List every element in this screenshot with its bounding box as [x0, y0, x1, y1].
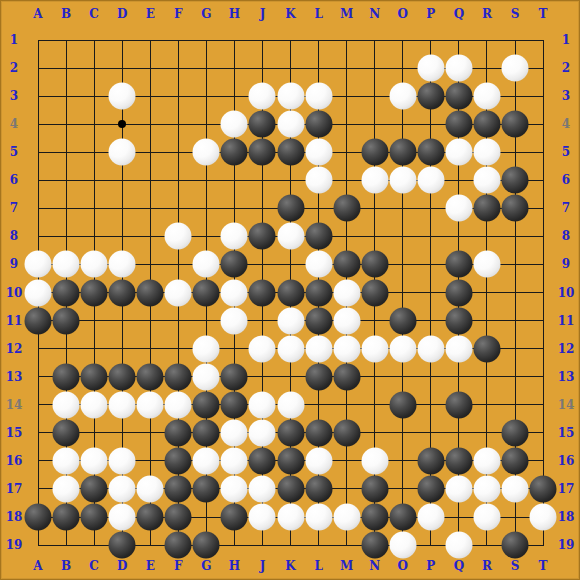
column-label-bottom-t: T: [539, 559, 548, 573]
stone-white-f10: [165, 279, 192, 306]
row-label-left-1: 1: [10, 33, 18, 47]
stone-black-g10: [193, 279, 220, 306]
stone-black-s6: [502, 167, 529, 194]
stone-black-j10: [249, 279, 276, 306]
stone-black-j16: [249, 447, 276, 474]
column-label-top-d: D: [117, 7, 127, 21]
row-label-right-3: 3: [562, 89, 570, 103]
stone-white-g16: [193, 447, 220, 474]
row-label-right-4: 4: [562, 117, 570, 131]
go-game-screen: AABBCCDDEEFFGGHHJJKKLLMMNNOOPPQQRRSSTT11…: [0, 0, 580, 580]
stone-black-l11: [305, 307, 332, 334]
stone-white-r3: [473, 83, 500, 110]
column-label-top-t: T: [539, 7, 548, 21]
stone-white-n6: [361, 167, 388, 194]
stone-black-f17: [165, 475, 192, 502]
row-label-left-12: 12: [6, 342, 23, 356]
stone-white-f14: [165, 391, 192, 418]
stone-black-q16: [445, 447, 472, 474]
stone-white-j14: [249, 391, 276, 418]
stone-white-d3: [109, 83, 136, 110]
stone-white-q5: [445, 139, 472, 166]
row-label-left-5: 5: [10, 145, 18, 159]
stone-black-g19: [193, 532, 220, 559]
stone-black-d19: [109, 532, 136, 559]
stone-white-j12: [249, 335, 276, 362]
row-label-left-13: 13: [6, 370, 23, 384]
row-label-right-1: 1: [562, 33, 570, 47]
stone-black-p5: [417, 139, 444, 166]
row-label-right-12: 12: [558, 342, 575, 356]
stone-black-b11: [53, 307, 80, 334]
stone-black-l13: [305, 363, 332, 390]
stone-white-n16: [361, 447, 388, 474]
stone-black-e10: [137, 279, 164, 306]
row-label-left-16: 16: [6, 454, 23, 468]
stone-black-k5: [277, 139, 304, 166]
stone-black-l8: [305, 223, 332, 250]
stone-white-g12: [193, 335, 220, 362]
stone-white-g5: [193, 139, 220, 166]
column-label-bottom-m: M: [340, 559, 353, 573]
stone-black-b18: [53, 504, 80, 531]
stone-black-r7: [473, 195, 500, 222]
column-label-top-q: Q: [454, 7, 464, 21]
stone-black-b13: [53, 363, 80, 390]
stone-black-p17: [417, 475, 444, 502]
row-label-left-7: 7: [10, 201, 18, 215]
row-label-right-19: 19: [558, 538, 575, 552]
stone-white-a9: [25, 251, 52, 278]
star-point-d4: [118, 120, 126, 128]
stone-black-m15: [333, 419, 360, 446]
row-label-left-15: 15: [6, 426, 23, 440]
stone-black-j8: [249, 223, 276, 250]
stone-white-e14: [137, 391, 164, 418]
column-label-top-s: S: [511, 7, 520, 21]
stone-white-r16: [473, 447, 500, 474]
stone-black-s7: [502, 195, 529, 222]
stone-white-g9: [193, 251, 220, 278]
stone-white-f8: [165, 223, 192, 250]
stone-white-p2: [417, 55, 444, 82]
stone-black-f13: [165, 363, 192, 390]
stone-white-k4: [277, 111, 304, 138]
stone-white-h16: [221, 447, 248, 474]
row-label-right-6: 6: [562, 173, 570, 187]
stone-white-h15: [221, 419, 248, 446]
stone-black-n19: [361, 532, 388, 559]
stone-black-c17: [81, 475, 108, 502]
stone-black-o18: [389, 504, 416, 531]
stone-black-h5: [221, 139, 248, 166]
stone-white-h10: [221, 279, 248, 306]
stone-black-c13: [81, 363, 108, 390]
stone-white-k18: [277, 504, 304, 531]
stone-black-o14: [389, 391, 416, 418]
column-label-bottom-f: F: [174, 559, 183, 573]
stone-black-f19: [165, 532, 192, 559]
stone-black-b10: [53, 279, 80, 306]
row-label-left-18: 18: [6, 510, 23, 524]
stone-white-h11: [221, 307, 248, 334]
stone-white-j18: [249, 504, 276, 531]
column-label-top-r: R: [482, 7, 492, 21]
stone-white-o3: [389, 83, 416, 110]
stone-black-h13: [221, 363, 248, 390]
column-label-bottom-b: B: [61, 559, 71, 573]
stone-white-l12: [305, 335, 332, 362]
stone-white-r18: [473, 504, 500, 531]
stone-white-p18: [417, 504, 444, 531]
stone-black-e13: [137, 363, 164, 390]
column-label-bottom-j: J: [260, 559, 266, 573]
stone-white-a10: [25, 279, 52, 306]
stone-black-n9: [361, 251, 388, 278]
stone-white-l6: [305, 167, 332, 194]
stone-white-c14: [81, 391, 108, 418]
stone-black-d10: [109, 279, 136, 306]
column-label-bottom-e: E: [146, 559, 155, 573]
stone-black-c10: [81, 279, 108, 306]
row-label-right-18: 18: [558, 510, 575, 524]
stone-white-t18: [530, 504, 557, 531]
stone-white-j3: [249, 83, 276, 110]
column-label-top-e: E: [146, 7, 155, 21]
stone-white-q19: [445, 532, 472, 559]
stone-black-c18: [81, 504, 108, 531]
stone-black-q3: [445, 83, 472, 110]
stone-white-j15: [249, 419, 276, 446]
row-label-right-16: 16: [558, 454, 575, 468]
column-label-top-n: N: [369, 7, 380, 21]
stone-white-l9: [305, 251, 332, 278]
stone-white-q17: [445, 475, 472, 502]
row-label-right-8: 8: [562, 229, 570, 243]
column-label-top-k: K: [285, 7, 295, 21]
row-label-right-13: 13: [558, 370, 575, 384]
stone-white-k8: [277, 223, 304, 250]
column-label-top-f: F: [174, 7, 183, 21]
stone-white-q7: [445, 195, 472, 222]
grid-line-vertical: [543, 40, 544, 546]
stone-black-g14: [193, 391, 220, 418]
stone-white-r17: [473, 475, 500, 502]
row-label-left-8: 8: [10, 229, 18, 243]
stone-white-d16: [109, 447, 136, 474]
stone-white-l16: [305, 447, 332, 474]
stone-white-k14: [277, 391, 304, 418]
column-label-top-o: O: [398, 7, 408, 21]
stone-black-m9: [333, 251, 360, 278]
stone-black-q10: [445, 279, 472, 306]
row-label-left-11: 11: [6, 314, 23, 328]
row-label-right-7: 7: [562, 201, 570, 215]
stone-white-k11: [277, 307, 304, 334]
stone-black-j4: [249, 111, 276, 138]
stone-white-p6: [417, 167, 444, 194]
stone-black-k17: [277, 475, 304, 502]
stone-black-l4: [305, 111, 332, 138]
stone-black-p16: [417, 447, 444, 474]
column-label-top-m: M: [340, 7, 353, 21]
column-label-bottom-c: C: [89, 559, 99, 573]
stone-black-s19: [502, 532, 529, 559]
column-label-bottom-s: S: [511, 559, 520, 573]
stone-white-m10: [333, 279, 360, 306]
stone-white-b17: [53, 475, 80, 502]
stone-white-o19: [389, 532, 416, 559]
stone-black-a11: [25, 307, 52, 334]
column-label-top-a: A: [33, 7, 42, 21]
stone-white-b14: [53, 391, 80, 418]
stone-black-s4: [502, 111, 529, 138]
stone-white-d14: [109, 391, 136, 418]
stone-black-l15: [305, 419, 332, 446]
stone-white-m18: [333, 504, 360, 531]
stone-white-r5: [473, 139, 500, 166]
stone-white-o6: [389, 167, 416, 194]
stone-black-h9: [221, 251, 248, 278]
stone-black-t17: [530, 475, 557, 502]
stone-black-g15: [193, 419, 220, 446]
stone-black-l17: [305, 475, 332, 502]
stone-black-b15: [53, 419, 80, 446]
column-label-bottom-d: D: [117, 559, 127, 573]
row-label-left-14: 14: [6, 398, 23, 412]
stone-white-d18: [109, 504, 136, 531]
stone-black-s16: [502, 447, 529, 474]
column-label-bottom-r: R: [482, 559, 492, 573]
row-label-left-6: 6: [10, 173, 18, 187]
go-board[interactable]: AABBCCDDEEFFGGHHJJKKLLMMNNOOPPQQRRSSTT11…: [0, 0, 580, 580]
stone-white-l3: [305, 83, 332, 110]
stone-white-s17: [502, 475, 529, 502]
stone-white-n12: [361, 335, 388, 362]
stone-black-m13: [333, 363, 360, 390]
stone-white-p12: [417, 335, 444, 362]
stone-black-e18: [137, 504, 164, 531]
row-label-left-19: 19: [6, 538, 23, 552]
column-label-bottom-p: P: [426, 559, 435, 573]
column-label-bottom-l: L: [314, 559, 322, 573]
stone-black-f16: [165, 447, 192, 474]
column-label-bottom-o: O: [398, 559, 408, 573]
stone-white-r9: [473, 251, 500, 278]
stone-black-q14: [445, 391, 472, 418]
stone-black-j5: [249, 139, 276, 166]
stone-black-q4: [445, 111, 472, 138]
column-label-top-l: L: [314, 7, 322, 21]
stone-black-p3: [417, 83, 444, 110]
stone-black-q9: [445, 251, 472, 278]
row-label-left-10: 10: [6, 286, 23, 300]
stone-white-o12: [389, 335, 416, 362]
stone-white-q2: [445, 55, 472, 82]
stone-white-k3: [277, 83, 304, 110]
stone-white-c16: [81, 447, 108, 474]
stone-black-o11: [389, 307, 416, 334]
stone-black-r4: [473, 111, 500, 138]
stone-black-n17: [361, 475, 388, 502]
stone-black-s15: [502, 419, 529, 446]
stone-white-d9: [109, 251, 136, 278]
row-label-right-14: 14: [558, 398, 575, 412]
row-label-left-17: 17: [6, 482, 23, 496]
grid-line-vertical: [402, 40, 403, 546]
stone-white-s2: [502, 55, 529, 82]
stone-black-l10: [305, 279, 332, 306]
stone-white-l5: [305, 139, 332, 166]
stone-white-l18: [305, 504, 332, 531]
row-label-right-11: 11: [558, 314, 575, 328]
stone-black-a18: [25, 504, 52, 531]
stone-black-o5: [389, 139, 416, 166]
column-label-bottom-n: N: [369, 559, 380, 573]
row-label-right-5: 5: [562, 145, 570, 159]
stone-white-r6: [473, 167, 500, 194]
column-label-top-g: G: [201, 7, 211, 21]
column-label-bottom-k: K: [285, 559, 295, 573]
column-label-top-c: C: [89, 7, 99, 21]
stone-black-n10: [361, 279, 388, 306]
stone-white-h17: [221, 475, 248, 502]
stone-black-q11: [445, 307, 472, 334]
row-label-right-2: 2: [562, 61, 570, 75]
stone-white-d5: [109, 139, 136, 166]
stone-black-d13: [109, 363, 136, 390]
column-label-bottom-g: G: [201, 559, 211, 573]
row-label-right-17: 17: [558, 482, 575, 496]
stone-black-m7: [333, 195, 360, 222]
stone-black-k7: [277, 195, 304, 222]
stone-white-c9: [81, 251, 108, 278]
column-label-top-j: J: [260, 7, 266, 21]
row-label-left-3: 3: [10, 89, 18, 103]
stone-black-h14: [221, 391, 248, 418]
column-label-bottom-q: Q: [454, 559, 464, 573]
stone-white-m12: [333, 335, 360, 362]
stone-white-j17: [249, 475, 276, 502]
row-label-left-2: 2: [10, 61, 18, 75]
column-label-top-p: P: [426, 7, 435, 21]
stone-white-e17: [137, 475, 164, 502]
row-label-left-9: 9: [10, 257, 18, 271]
stone-white-b9: [53, 251, 80, 278]
stone-white-g13: [193, 363, 220, 390]
stone-black-k10: [277, 279, 304, 306]
column-label-bottom-h: H: [229, 559, 240, 573]
stone-white-k12: [277, 335, 304, 362]
stone-black-h18: [221, 504, 248, 531]
row-label-right-10: 10: [558, 286, 575, 300]
stone-black-r12: [473, 335, 500, 362]
column-label-top-h: H: [229, 7, 240, 21]
stone-black-n5: [361, 139, 388, 166]
stone-black-k16: [277, 447, 304, 474]
stone-white-d17: [109, 475, 136, 502]
stone-white-m11: [333, 307, 360, 334]
row-label-left-4: 4: [10, 117, 18, 131]
row-label-right-15: 15: [558, 426, 575, 440]
stone-black-k15: [277, 419, 304, 446]
column-label-bottom-a: A: [33, 559, 42, 573]
stone-black-f15: [165, 419, 192, 446]
stone-white-h4: [221, 111, 248, 138]
stone-black-g17: [193, 475, 220, 502]
stone-white-b16: [53, 447, 80, 474]
stone-white-h8: [221, 223, 248, 250]
row-label-right-9: 9: [562, 257, 570, 271]
stone-white-q12: [445, 335, 472, 362]
stone-black-n18: [361, 504, 388, 531]
column-label-top-b: B: [61, 7, 71, 21]
stone-black-f18: [165, 504, 192, 531]
